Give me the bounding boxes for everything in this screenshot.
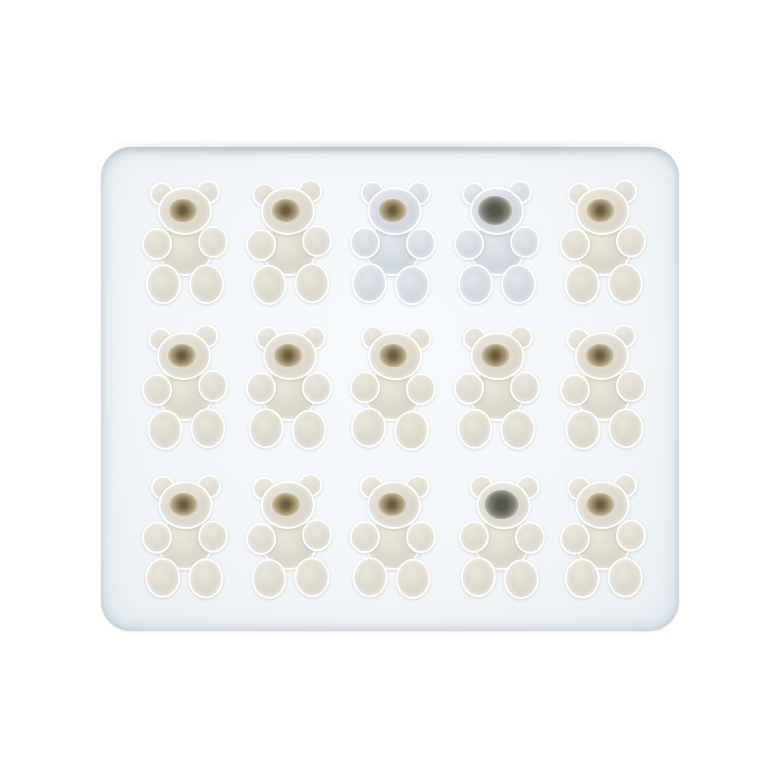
bear-cavity-r2c3 [346, 324, 436, 449]
bear-foot-right [607, 557, 643, 598]
bear-foot-left [146, 264, 181, 304]
bear-arm-right [616, 225, 647, 258]
bear-foot-left [251, 264, 287, 305]
bear-cavity-r2c4 [453, 326, 537, 447]
bear-foot-left [351, 262, 388, 304]
silicone-gummy-bear-mold [101, 147, 679, 631]
bear-foot-left [460, 556, 497, 598]
bear-cavity-r2c1 [140, 326, 226, 449]
bear-arm-right [615, 369, 646, 402]
bear-foot-right [608, 408, 644, 449]
bear-foot-right [294, 557, 330, 598]
bear-foot-left [147, 409, 183, 450]
bear-arm-right [510, 226, 540, 258]
bear-foot-right [393, 409, 431, 451]
bear-arm-right [405, 227, 437, 261]
bear-cavity-r3c3 [348, 475, 434, 598]
bear-arm-right [301, 372, 332, 405]
bear-muzzle-tan [169, 199, 197, 222]
bear-arm-right [405, 521, 436, 554]
bear-foot-right [503, 558, 540, 600]
bear-foot-right [291, 409, 327, 450]
bear-cavity-r3c2 [244, 475, 330, 598]
bear-arm-right [198, 520, 229, 553]
bear-foot-left [564, 558, 600, 599]
bear-foot-right [607, 263, 643, 304]
bear-foot-right [501, 264, 536, 304]
bear-arm-left [142, 228, 172, 260]
bear-arm-right [197, 369, 228, 402]
bear-foot-left [457, 408, 493, 449]
bear-arm-right [301, 518, 332, 551]
bear-foot-left [458, 264, 493, 304]
bear-muzzle-gray [478, 196, 512, 225]
product-photo [0, 0, 768, 768]
bear-foot-left [565, 409, 601, 450]
bear-arm-right [510, 371, 541, 404]
bear-arm-right [301, 224, 332, 257]
bear-foot-right [294, 263, 330, 304]
bear-foot-right [190, 408, 226, 449]
bear-foot-right [395, 558, 431, 599]
bear-foot-right [188, 558, 224, 599]
bear-foot-left [251, 558, 287, 599]
bear-cavity-r1c4 [454, 182, 536, 302]
bear-cavity-r3c1 [141, 475, 225, 596]
bear-arm-left [454, 228, 484, 260]
bear-cavity-r2c2 [244, 326, 330, 449]
bear-arm-right [514, 521, 546, 555]
bear-cavity-r1c1 [142, 182, 224, 302]
bear-foot-right [394, 264, 431, 306]
bear-foot-right [189, 264, 224, 304]
bear-cavity-r2c5 [558, 326, 644, 449]
bear-foot-left [248, 408, 284, 449]
bear-cavity-r1c2 [244, 181, 330, 304]
bear-cavity-r1c3 [347, 180, 435, 304]
bear-cavity-r1c5 [559, 181, 643, 302]
bear-cavity-r3c5 [559, 475, 643, 596]
bear-foot-left [564, 264, 600, 305]
bear-foot-right [500, 409, 536, 450]
bear-foot-left [352, 557, 388, 598]
bear-arm-right [616, 519, 647, 552]
bear-foot-left [145, 557, 181, 598]
bear-arm-right [198, 226, 228, 258]
bear-cavity-r3c4 [456, 474, 544, 598]
